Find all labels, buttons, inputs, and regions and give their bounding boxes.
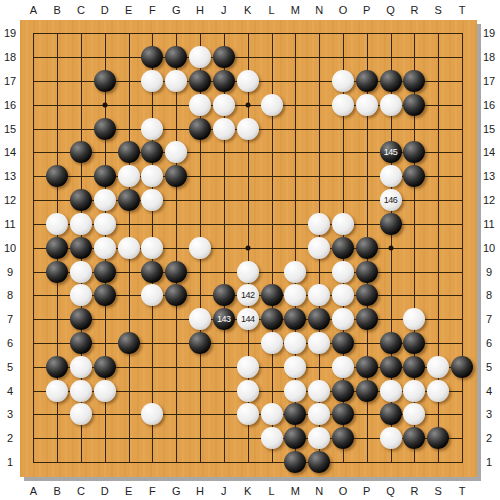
- stone-white: [332, 284, 354, 306]
- stone-black: [356, 70, 378, 92]
- coord-label-bottom: D: [101, 486, 109, 497]
- stone-white: [308, 237, 330, 259]
- coord-label-top: B: [53, 5, 60, 16]
- coord-label-top: E: [125, 5, 132, 16]
- stone-white: [237, 70, 259, 92]
- stone-black: [141, 141, 163, 163]
- stone-white: [237, 403, 259, 425]
- move-number-label: 146: [384, 196, 398, 205]
- stone-black: [70, 141, 92, 163]
- stone-black: [356, 380, 378, 402]
- stone-black: [141, 261, 163, 283]
- coord-label-right: 10: [483, 242, 495, 253]
- stone-white: [70, 261, 92, 283]
- stone-white: [189, 308, 211, 330]
- coord-label-bottom: B: [53, 486, 60, 497]
- coord-label-left: 14: [4, 147, 16, 158]
- coord-label-top: S: [435, 5, 442, 16]
- stone-white: [308, 284, 330, 306]
- move-number-label: 145: [384, 148, 398, 157]
- stone-black: [332, 380, 354, 402]
- stone-white: [284, 261, 306, 283]
- coord-label-right: 14: [483, 147, 495, 158]
- coord-label-bottom: H: [196, 486, 204, 497]
- stone-black: [165, 261, 187, 283]
- stone-white: 142: [237, 284, 259, 306]
- star-point: [102, 102, 107, 107]
- stone-black: [261, 308, 283, 330]
- stone-black: [403, 332, 425, 354]
- stone-white: [308, 380, 330, 402]
- coord-label-right: 17: [483, 75, 495, 86]
- stone-black: [46, 237, 68, 259]
- stone-white: [332, 356, 354, 378]
- coord-label-bottom: C: [77, 486, 85, 497]
- coord-label-bottom: J: [221, 486, 227, 497]
- stone-black: [332, 427, 354, 449]
- stone-black: [403, 165, 425, 187]
- coord-label-right: 12: [483, 195, 495, 206]
- coord-label-right: 15: [483, 123, 495, 134]
- stone-white: [141, 70, 163, 92]
- stone-white: [332, 70, 354, 92]
- stone-white: [70, 213, 92, 235]
- stone-white: [141, 165, 163, 187]
- stone-white: [380, 94, 402, 116]
- stone-black: [308, 451, 330, 473]
- board-grid-line-v: [462, 33, 463, 463]
- coord-label-right: 19: [483, 28, 495, 39]
- stone-black: [284, 403, 306, 425]
- stone-black: [308, 308, 330, 330]
- stone-white: [237, 261, 259, 283]
- coord-label-right: 16: [483, 99, 495, 110]
- stone-white: [427, 356, 449, 378]
- stone-black: [284, 308, 306, 330]
- coord-label-left: 2: [7, 433, 13, 444]
- stone-white: [284, 284, 306, 306]
- stone-white: [94, 380, 116, 402]
- stone-black: [189, 70, 211, 92]
- stone-white: [70, 284, 92, 306]
- stone-white: 146: [380, 189, 402, 211]
- stone-white: [284, 332, 306, 354]
- coord-label-top: N: [315, 5, 323, 16]
- coord-label-top: G: [172, 5, 181, 16]
- stone-white: [261, 94, 283, 116]
- stone-white: [237, 380, 259, 402]
- stone-black: 145: [380, 141, 402, 163]
- stone-white: [332, 308, 354, 330]
- stone-white: [213, 118, 235, 140]
- stone-black: [284, 451, 306, 473]
- coord-label-left: 3: [7, 409, 13, 420]
- coord-label-left: 15: [4, 123, 16, 134]
- stone-white: [261, 427, 283, 449]
- stone-white: [380, 165, 402, 187]
- coord-label-bottom: O: [339, 486, 348, 497]
- coord-label-right: 6: [486, 337, 492, 348]
- stone-black: [94, 118, 116, 140]
- stone-white: [70, 403, 92, 425]
- stone-black: [356, 308, 378, 330]
- coord-label-right: 3: [486, 409, 492, 420]
- coord-label-right: 9: [486, 266, 492, 277]
- stone-white: [237, 118, 259, 140]
- stone-black: [46, 165, 68, 187]
- stone-black: [94, 356, 116, 378]
- stone-white: [403, 403, 425, 425]
- stone-white: 144: [237, 308, 259, 330]
- stone-black: [118, 141, 140, 163]
- move-number-label: 142: [241, 291, 255, 300]
- stone-black: [332, 237, 354, 259]
- stone-white: [284, 380, 306, 402]
- coord-label-top: R: [410, 5, 418, 16]
- coord-label-left: 19: [4, 28, 16, 39]
- stone-white: [118, 237, 140, 259]
- coord-label-left: 18: [4, 52, 16, 63]
- stone-black: [332, 403, 354, 425]
- coord-label-top: M: [291, 5, 300, 16]
- stone-white: [308, 403, 330, 425]
- stone-white: [94, 237, 116, 259]
- stone-black: [189, 332, 211, 354]
- stone-black: [94, 165, 116, 187]
- stone-white: [332, 261, 354, 283]
- coord-label-left: 16: [4, 99, 16, 110]
- coord-label-top: T: [459, 5, 466, 16]
- stone-black: [213, 70, 235, 92]
- stone-white: [308, 427, 330, 449]
- coord-label-top: D: [101, 5, 109, 16]
- stone-white: [189, 94, 211, 116]
- stone-black: [118, 332, 140, 354]
- stone-white: [46, 213, 68, 235]
- coord-label-left: 8: [7, 290, 13, 301]
- star-point: [388, 245, 393, 250]
- stone-black: [427, 427, 449, 449]
- stone-black: [356, 261, 378, 283]
- stone-white: [427, 380, 449, 402]
- stone-black: [380, 403, 402, 425]
- coord-label-left: 17: [4, 75, 16, 86]
- stone-black: [403, 70, 425, 92]
- coord-label-bottom: T: [459, 486, 466, 497]
- star-point: [245, 245, 250, 250]
- stone-black: [189, 118, 211, 140]
- coord-label-top: L: [268, 5, 274, 16]
- stone-white: [165, 141, 187, 163]
- coord-label-right: 5: [486, 361, 492, 372]
- coord-label-bottom: N: [315, 486, 323, 497]
- coord-label-left: 5: [7, 361, 13, 372]
- coord-label-top: P: [363, 5, 370, 16]
- stone-black: [94, 70, 116, 92]
- coord-label-top: K: [244, 5, 251, 16]
- stone-white: [356, 94, 378, 116]
- stone-white: [94, 189, 116, 211]
- coord-label-right: 11: [483, 218, 494, 229]
- stone-black: [403, 427, 425, 449]
- stone-white: [70, 380, 92, 402]
- coord-label-top: Q: [386, 5, 395, 16]
- stone-black: [165, 284, 187, 306]
- stone-black: [94, 261, 116, 283]
- stone-white: [165, 70, 187, 92]
- stone-white: [118, 165, 140, 187]
- stone-white: [141, 237, 163, 259]
- coord-label-top: H: [196, 5, 204, 16]
- stone-white: [261, 403, 283, 425]
- stone-white: [46, 380, 68, 402]
- stone-black: [380, 70, 402, 92]
- stone-white: [141, 284, 163, 306]
- stone-black: [118, 189, 140, 211]
- star-point: [245, 102, 250, 107]
- coord-label-right: 8: [486, 290, 492, 301]
- stone-black: [451, 356, 473, 378]
- stone-white: [261, 332, 283, 354]
- stone-black: [165, 165, 187, 187]
- stone-black: [332, 332, 354, 354]
- stone-black: [70, 237, 92, 259]
- stone-black: [380, 213, 402, 235]
- coord-label-left: 6: [7, 337, 13, 348]
- stone-white: [284, 356, 306, 378]
- coord-label-left: 12: [4, 195, 16, 206]
- coord-label-bottom: Q: [386, 486, 395, 497]
- stone-black: [380, 356, 402, 378]
- coord-label-top: O: [339, 5, 348, 16]
- coord-label-bottom: P: [363, 486, 370, 497]
- stone-white: [332, 213, 354, 235]
- stone-black: [356, 237, 378, 259]
- coord-label-right: 2: [486, 433, 492, 444]
- coord-label-bottom: K: [244, 486, 251, 497]
- stone-black: [46, 261, 68, 283]
- stone-white: [189, 46, 211, 68]
- stone-white: [308, 213, 330, 235]
- stone-white: [213, 94, 235, 116]
- stone-black: [94, 284, 116, 306]
- stone-black: [403, 141, 425, 163]
- coord-label-right: 18: [483, 52, 495, 63]
- coord-label-top: C: [77, 5, 85, 16]
- coord-label-bottom: E: [125, 486, 132, 497]
- stone-black: [403, 356, 425, 378]
- coord-label-top: F: [149, 5, 156, 16]
- coord-label-bottom: M: [291, 486, 300, 497]
- go-app-screen: 145146142143144 AABBCCDDEEFFGGHHJJKKLLMM…: [0, 0, 500, 500]
- stone-white: [380, 380, 402, 402]
- stone-black: [403, 94, 425, 116]
- stone-white: [141, 403, 163, 425]
- stone-black: [70, 308, 92, 330]
- stone-black: [380, 332, 402, 354]
- stone-black: 143: [213, 308, 235, 330]
- coord-label-bottom: R: [410, 486, 418, 497]
- coord-label-left: 4: [7, 385, 13, 396]
- stone-white: [141, 189, 163, 211]
- coord-label-left: 13: [4, 171, 16, 182]
- stone-white: [237, 356, 259, 378]
- coord-label-top: A: [30, 5, 37, 16]
- stone-black: [46, 356, 68, 378]
- stone-white: [94, 213, 116, 235]
- stone-white: [308, 332, 330, 354]
- coord-label-right: 4: [486, 385, 492, 396]
- stone-black: [165, 46, 187, 68]
- coord-label-right: 13: [483, 171, 495, 182]
- coord-label-right: 7: [486, 314, 492, 325]
- stone-black: [213, 46, 235, 68]
- stone-white: [70, 356, 92, 378]
- coord-label-bottom: A: [30, 486, 37, 497]
- coord-label-left: 9: [7, 266, 13, 277]
- coord-label-bottom: L: [268, 486, 274, 497]
- stone-black: [70, 332, 92, 354]
- coord-label-bottom: G: [172, 486, 181, 497]
- stone-white: [380, 427, 402, 449]
- go-board[interactable]: 145146142143144: [20, 20, 477, 477]
- stone-white: [332, 94, 354, 116]
- stone-black: [356, 284, 378, 306]
- board-grid-line-h: [33, 462, 463, 463]
- move-number-label: 143: [217, 315, 231, 324]
- stone-white: [403, 308, 425, 330]
- stone-black: [70, 189, 92, 211]
- move-number-label: 144: [241, 315, 255, 324]
- coord-label-left: 11: [4, 218, 15, 229]
- coord-label-right: 1: [486, 457, 492, 468]
- stone-black: [141, 46, 163, 68]
- stone-black: [284, 427, 306, 449]
- coord-label-left: 10: [4, 242, 16, 253]
- coord-label-bottom: S: [435, 486, 442, 497]
- stone-black: [261, 284, 283, 306]
- coord-label-top: J: [221, 5, 227, 16]
- stone-white: [189, 237, 211, 259]
- stone-white: [403, 380, 425, 402]
- coord-label-bottom: F: [149, 486, 156, 497]
- coord-label-left: 1: [7, 457, 13, 468]
- stone-white: [141, 118, 163, 140]
- stone-black: [356, 356, 378, 378]
- coord-label-left: 7: [7, 314, 13, 325]
- stone-black: [213, 284, 235, 306]
